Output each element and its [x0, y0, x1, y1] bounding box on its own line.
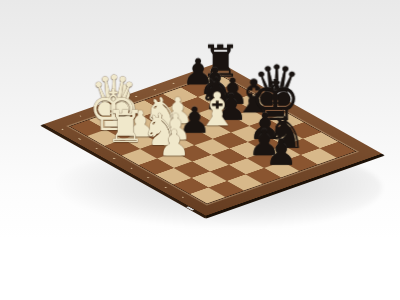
- product-photo-stage: ♜♛♟♟♟♝♚♞♟♟♞♝♟♟♟♟♟♞♟♛♟♟♞♟♚♜: [0, 0, 400, 300]
- piece-white-pawn-e2[interactable]: ♟: [158, 125, 183, 161]
- square-c1[interactable]: ♜: [105, 139, 141, 155]
- square-e2[interactable]: ♟: [157, 152, 193, 168]
- square-h5[interactable]: ♟: [264, 161, 300, 177]
- piece-white-rook-c1[interactable]: ♜: [106, 105, 131, 149]
- piece-black-pawn-h5[interactable]: ♟: [265, 135, 290, 171]
